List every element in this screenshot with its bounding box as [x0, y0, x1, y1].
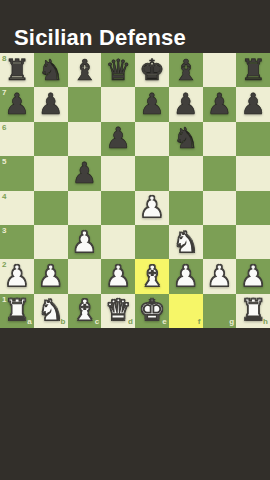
square-g1[interactable]: g — [203, 294, 237, 328]
square-d3[interactable] — [101, 225, 135, 259]
square-g2[interactable]: ♟ — [203, 259, 237, 293]
app-screen: Sicilian Defense 8♜♞♝♛♚♝♜7♟♟♟♟♟♟6♟♞5♟4♟3… — [0, 0, 270, 480]
square-g7[interactable]: ♟ — [203, 87, 237, 121]
square-g8[interactable] — [203, 53, 237, 87]
square-f2[interactable]: ♟ — [169, 259, 203, 293]
square-h5[interactable] — [236, 156, 270, 190]
piece-black-rook[interactable]: ♜ — [240, 56, 266, 85]
square-h8[interactable]: ♜ — [236, 53, 270, 87]
coord-rank-4: 4 — [2, 193, 6, 201]
piece-white-pawn[interactable]: ♟ — [38, 262, 64, 291]
square-g5[interactable] — [203, 156, 237, 190]
square-a7[interactable]: 7♟ — [0, 87, 34, 121]
square-d1[interactable]: d♛ — [101, 294, 135, 328]
coord-rank-5: 5 — [2, 158, 6, 166]
piece-black-pawn[interactable]: ♟ — [71, 159, 97, 188]
piece-white-pawn[interactable]: ♟ — [71, 228, 97, 257]
piece-black-pawn[interactable]: ♟ — [206, 90, 232, 119]
square-a1[interactable]: 1a♜ — [0, 294, 34, 328]
square-e4[interactable]: ♟ — [135, 191, 169, 225]
square-c2[interactable] — [68, 259, 102, 293]
piece-white-knight[interactable]: ♞ — [173, 228, 199, 257]
square-f3[interactable]: ♞ — [169, 225, 203, 259]
square-d4[interactable] — [101, 191, 135, 225]
page-title: Sicilian Defense — [14, 25, 186, 51]
square-b7[interactable]: ♟ — [34, 87, 68, 121]
square-f5[interactable] — [169, 156, 203, 190]
square-h1[interactable]: h♜ — [236, 294, 270, 328]
square-h7[interactable]: ♟ — [236, 87, 270, 121]
square-e2[interactable]: ♝ — [135, 259, 169, 293]
square-a3[interactable]: 3 — [0, 225, 34, 259]
title-bar: Sicilian Defense — [0, 0, 270, 53]
square-c5[interactable]: ♟ — [68, 156, 102, 190]
square-c4[interactable] — [68, 191, 102, 225]
piece-black-pawn[interactable]: ♟ — [105, 124, 131, 153]
piece-white-king[interactable]: ♚ — [139, 296, 165, 325]
square-d2[interactable]: ♟ — [101, 259, 135, 293]
square-c6[interactable] — [68, 122, 102, 156]
piece-white-pawn[interactable]: ♟ — [240, 262, 266, 291]
square-g6[interactable] — [203, 122, 237, 156]
piece-black-pawn[interactable]: ♟ — [139, 90, 165, 119]
square-f6[interactable]: ♞ — [169, 122, 203, 156]
chess-board[interactable]: 8♜♞♝♛♚♝♜7♟♟♟♟♟♟6♟♞5♟4♟3♟♞2♟♟♟♝♟♟♟1a♜b♞c♝… — [0, 53, 270, 328]
piece-black-pawn[interactable]: ♟ — [173, 90, 199, 119]
square-d7[interactable] — [101, 87, 135, 121]
square-e8[interactable]: ♚ — [135, 53, 169, 87]
square-a8[interactable]: 8♜ — [0, 53, 34, 87]
square-d6[interactable]: ♟ — [101, 122, 135, 156]
square-e1[interactable]: e♚ — [135, 294, 169, 328]
piece-black-queen[interactable]: ♛ — [105, 56, 131, 85]
square-f8[interactable]: ♝ — [169, 53, 203, 87]
square-a4[interactable]: 4 — [0, 191, 34, 225]
square-f4[interactable] — [169, 191, 203, 225]
square-b8[interactable]: ♞ — [34, 53, 68, 87]
square-c1[interactable]: c♝ — [68, 294, 102, 328]
square-e3[interactable] — [135, 225, 169, 259]
piece-white-queen[interactable]: ♛ — [105, 296, 131, 325]
square-b6[interactable] — [34, 122, 68, 156]
piece-black-king[interactable]: ♚ — [139, 56, 165, 85]
square-b4[interactable] — [34, 191, 68, 225]
piece-black-pawn[interactable]: ♟ — [38, 90, 64, 119]
square-h3[interactable] — [236, 225, 270, 259]
square-b2[interactable]: ♟ — [34, 259, 68, 293]
coord-rank-3: 3 — [2, 227, 6, 235]
piece-white-pawn[interactable]: ♟ — [105, 262, 131, 291]
square-e7[interactable]: ♟ — [135, 87, 169, 121]
coord-file-f: f — [198, 318, 201, 326]
piece-black-bishop[interactable]: ♝ — [173, 56, 199, 85]
square-f1[interactable]: f — [169, 294, 203, 328]
square-g3[interactable] — [203, 225, 237, 259]
piece-black-bishop[interactable]: ♝ — [71, 56, 97, 85]
piece-black-pawn[interactable]: ♟ — [240, 90, 266, 119]
coord-rank-6: 6 — [2, 124, 6, 132]
coord-file-g: g — [229, 318, 234, 326]
square-b3[interactable] — [34, 225, 68, 259]
square-c8[interactable]: ♝ — [68, 53, 102, 87]
piece-white-pawn[interactable]: ♟ — [139, 193, 165, 222]
square-a5[interactable]: 5 — [0, 156, 34, 190]
square-h4[interactable] — [236, 191, 270, 225]
piece-black-rook[interactable]: ♜ — [4, 56, 30, 85]
square-h6[interactable] — [236, 122, 270, 156]
square-e6[interactable] — [135, 122, 169, 156]
square-a2[interactable]: 2♟ — [0, 259, 34, 293]
square-c7[interactable] — [68, 87, 102, 121]
square-h2[interactable]: ♟ — [236, 259, 270, 293]
square-d5[interactable] — [101, 156, 135, 190]
piece-white-bishop[interactable]: ♝ — [71, 296, 97, 325]
square-e5[interactable] — [135, 156, 169, 190]
piece-white-pawn[interactable]: ♟ — [206, 262, 232, 291]
piece-white-rook[interactable]: ♜ — [4, 296, 30, 325]
square-f7[interactable]: ♟ — [169, 87, 203, 121]
piece-black-knight[interactable]: ♞ — [173, 124, 199, 153]
piece-white-rook[interactable]: ♜ — [240, 296, 266, 325]
square-c3[interactable]: ♟ — [68, 225, 102, 259]
piece-white-pawn[interactable]: ♟ — [4, 262, 30, 291]
square-g4[interactable] — [203, 191, 237, 225]
bottom-bar — [0, 328, 270, 480]
square-b1[interactable]: b♞ — [34, 294, 68, 328]
square-d8[interactable]: ♛ — [101, 53, 135, 87]
square-a6[interactable]: 6 — [0, 122, 34, 156]
piece-white-bishop[interactable]: ♝ — [139, 262, 165, 291]
piece-black-pawn[interactable]: ♟ — [4, 90, 30, 119]
square-b5[interactable] — [34, 156, 68, 190]
piece-black-knight[interactable]: ♞ — [38, 56, 64, 85]
piece-white-pawn[interactable]: ♟ — [173, 262, 199, 291]
piece-white-knight[interactable]: ♞ — [38, 296, 64, 325]
